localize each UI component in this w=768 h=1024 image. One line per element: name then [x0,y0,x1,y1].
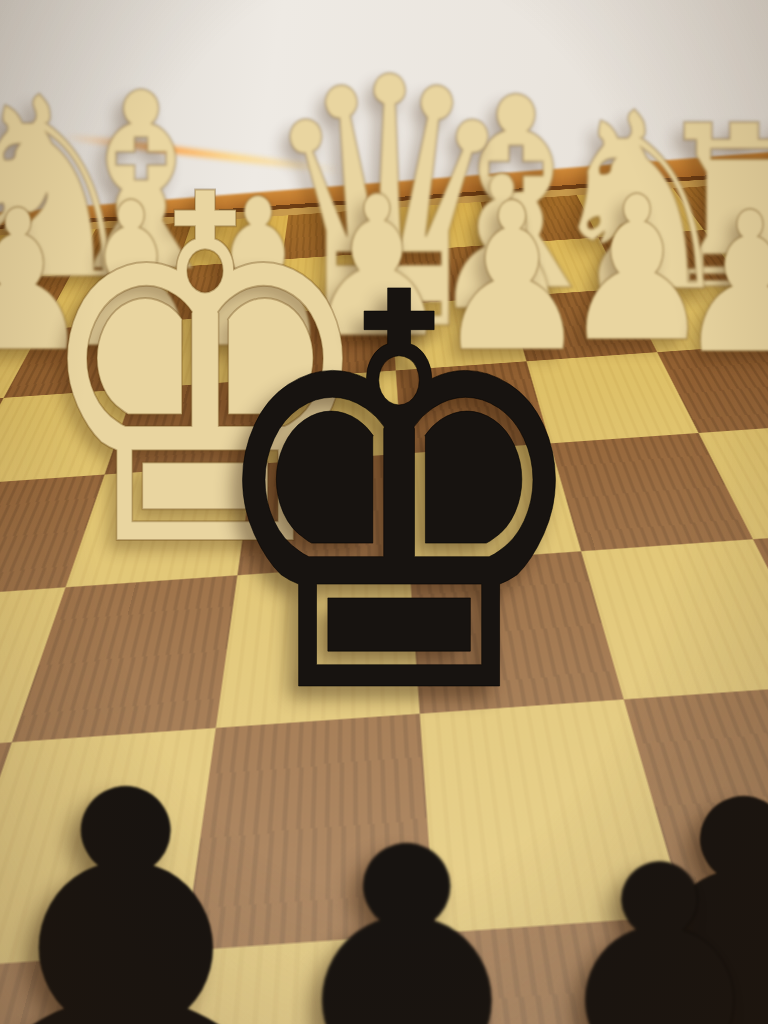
white-queen: ♛ [258,33,521,378]
white-pawn: ♟ [303,170,452,365]
black-pawn: ♟ [0,721,377,1024]
white-pawn: ♟ [0,184,92,379]
white-rook: ♜ [648,96,768,321]
white-knight: ♞ [542,81,740,326]
white-pawn: ♟ [561,170,713,370]
white-pawn: ♟ [432,152,573,337]
black-king: ♚ [199,225,600,770]
white-bishop: ♝ [42,61,240,306]
white-bishop: ♝ [409,63,623,328]
piece-layer: ♜♞♝♛♝♞♟♟♟♟♟♟♟♟♚♚♟♟♟♟ [0,0,768,1024]
chessboard-photo: ♜♞♝♛♝♞♟♟♟♟♟♟♟♟♚♚♟♟♟♟ [0,0,768,1024]
white-pawn: ♟ [55,176,207,376]
black-pawn: ♟ [445,806,768,1024]
white-pawn: ♟ [180,172,336,377]
white-king: ♚ [29,134,382,614]
white-knight: ♞ [0,65,147,315]
white-pawn: ♟ [434,176,590,381]
black-pawn: ♟ [163,780,652,1024]
black-pawn: ♟ [500,733,768,1024]
white-pawn: ♟ [676,186,768,381]
